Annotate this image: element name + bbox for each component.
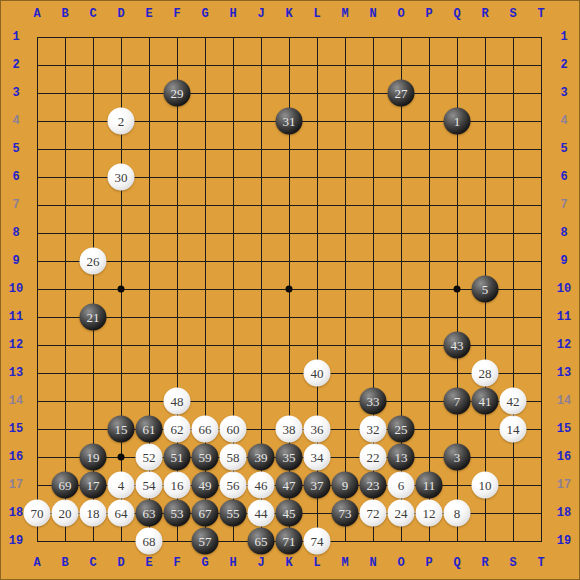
stone-white-D4: 2 (108, 108, 135, 135)
stone-black-D15: 15 (108, 416, 135, 443)
row-label-left-3: 3 (12, 86, 19, 100)
column-label-top-O: O (397, 7, 404, 21)
stone-white-B18: 20 (52, 500, 79, 527)
stone-black-O16: 13 (388, 444, 415, 471)
stone-black-B17: 69 (52, 472, 79, 499)
stone-white-E17: 54 (136, 472, 163, 499)
stone-black-C17: 17 (80, 472, 107, 499)
row-label-right-17: 17 (557, 478, 571, 492)
stone-white-S14: 42 (500, 388, 527, 415)
column-label-top-E: E (145, 7, 152, 21)
grid-line-vertical (513, 37, 514, 542)
column-label-bottom-J: J (257, 556, 264, 570)
stone-black-K16: 35 (276, 444, 303, 471)
row-label-left-6: 6 (12, 170, 19, 184)
stone-black-Q14: 7 (444, 388, 471, 415)
stone-white-O17: 6 (388, 472, 415, 499)
stone-black-Q12: 43 (444, 332, 471, 359)
stone-black-O3: 27 (388, 80, 415, 107)
column-label-bottom-K: K (285, 556, 292, 570)
stone-black-G18: 67 (192, 500, 219, 527)
column-label-bottom-S: S (509, 556, 516, 570)
stone-white-Q18: 8 (444, 500, 471, 527)
stone-white-H17: 56 (220, 472, 247, 499)
row-label-left-15: 15 (9, 422, 23, 436)
stone-black-M17: 9 (332, 472, 359, 499)
column-label-bottom-P: P (425, 556, 432, 570)
stone-white-J18: 44 (248, 500, 275, 527)
row-label-right-4: 4 (560, 114, 567, 128)
column-label-top-K: K (285, 7, 292, 21)
row-label-left-5: 5 (12, 142, 19, 156)
column-label-top-M: M (341, 7, 348, 21)
stone-black-J19: 65 (248, 528, 275, 555)
stone-white-N18: 72 (360, 500, 387, 527)
column-label-top-G: G (201, 7, 208, 21)
row-label-right-1: 1 (560, 30, 567, 44)
stone-white-K15: 38 (276, 416, 303, 443)
stone-white-N15: 32 (360, 416, 387, 443)
row-label-right-19: 19 (557, 534, 571, 548)
grid-line-horizontal (37, 373, 542, 374)
column-label-bottom-C: C (89, 556, 96, 570)
stone-white-E19: 68 (136, 528, 163, 555)
stone-white-P18: 12 (416, 500, 443, 527)
stone-white-H16: 58 (220, 444, 247, 471)
row-label-left-13: 13 (9, 366, 23, 380)
row-label-left-12: 12 (9, 338, 23, 352)
stone-white-D6: 30 (108, 164, 135, 191)
row-label-left-7: 7 (12, 198, 19, 212)
stone-white-R17: 10 (472, 472, 499, 499)
stone-black-G17: 49 (192, 472, 219, 499)
row-label-left-9: 9 (12, 254, 19, 268)
column-label-bottom-B: B (61, 556, 68, 570)
stone-black-H18: 55 (220, 500, 247, 527)
grid-line-vertical (541, 37, 542, 542)
stone-white-F15: 62 (164, 416, 191, 443)
stone-black-N14: 33 (360, 388, 387, 415)
column-label-bottom-M: M (341, 556, 348, 570)
column-label-bottom-N: N (369, 556, 376, 570)
row-label-right-18: 18 (557, 506, 571, 520)
row-label-right-10: 10 (557, 282, 571, 296)
stone-white-F14: 48 (164, 388, 191, 415)
column-label-top-N: N (369, 7, 376, 21)
stone-white-L13: 40 (304, 360, 331, 387)
stone-black-L17: 37 (304, 472, 331, 499)
stone-black-N17: 23 (360, 472, 387, 499)
column-label-bottom-R: R (481, 556, 488, 570)
stone-black-K17: 47 (276, 472, 303, 499)
stone-black-K4: 31 (276, 108, 303, 135)
stone-black-F18: 53 (164, 500, 191, 527)
stone-black-K19: 71 (276, 528, 303, 555)
column-label-bottom-H: H (229, 556, 236, 570)
stone-white-N16: 22 (360, 444, 387, 471)
column-label-bottom-F: F (173, 556, 180, 570)
stone-white-C9: 26 (80, 248, 107, 275)
row-label-left-14: 14 (9, 394, 23, 408)
star-point-D16 (118, 454, 125, 461)
stone-black-P17: 11 (416, 472, 443, 499)
stone-white-L16: 34 (304, 444, 331, 471)
row-label-right-5: 5 (560, 142, 567, 156)
stone-white-D17: 4 (108, 472, 135, 499)
column-label-top-D: D (117, 7, 124, 21)
row-label-left-11: 11 (9, 310, 23, 324)
stone-white-E16: 52 (136, 444, 163, 471)
stone-black-F3: 29 (164, 80, 191, 107)
row-label-right-15: 15 (557, 422, 571, 436)
stone-black-C11: 21 (80, 304, 107, 331)
column-label-top-Q: Q (453, 7, 460, 21)
stone-black-J16: 39 (248, 444, 275, 471)
row-label-left-16: 16 (9, 450, 23, 464)
row-label-right-8: 8 (560, 226, 567, 240)
star-point-K10 (286, 286, 293, 293)
go-kifu-screenshot: AABBCCDDEEFFGGHHJJKKLLMMNNOOPPQQRRSSTT11… (0, 0, 580, 580)
row-label-right-2: 2 (560, 58, 567, 72)
grid-line-horizontal (37, 317, 542, 318)
stone-white-L15: 36 (304, 416, 331, 443)
row-label-left-17: 17 (9, 478, 23, 492)
column-label-bottom-L: L (313, 556, 320, 570)
stone-black-K18: 45 (276, 500, 303, 527)
stone-black-F16: 51 (164, 444, 191, 471)
stone-white-S15: 14 (500, 416, 527, 443)
column-label-bottom-T: T (537, 556, 544, 570)
row-label-right-11: 11 (557, 310, 571, 324)
column-label-bottom-O: O (397, 556, 404, 570)
row-label-right-6: 6 (560, 170, 567, 184)
column-label-top-L: L (313, 7, 320, 21)
go-board[interactable]: AABBCCDDEEFFGGHHJJKKLLMMNNOOPPQQRRSSTT11… (0, 0, 580, 580)
star-point-Q10 (454, 286, 461, 293)
row-label-right-16: 16 (557, 450, 571, 464)
star-point-D10 (118, 286, 125, 293)
column-label-bottom-D: D (117, 556, 124, 570)
column-label-bottom-E: E (145, 556, 152, 570)
stone-white-L19: 74 (304, 528, 331, 555)
column-label-top-A: A (33, 7, 40, 21)
column-label-top-J: J (257, 7, 264, 21)
grid-line-vertical (429, 37, 430, 542)
stone-white-A18: 70 (24, 500, 51, 527)
column-label-top-C: C (89, 7, 96, 21)
stone-black-O15: 25 (388, 416, 415, 443)
column-label-top-B: B (61, 7, 68, 21)
grid-line-vertical (345, 37, 346, 542)
column-label-bottom-G: G (201, 556, 208, 570)
column-label-top-S: S (509, 7, 516, 21)
stone-black-Q4: 1 (444, 108, 471, 135)
column-label-top-R: R (481, 7, 488, 21)
stone-white-C18: 18 (80, 500, 107, 527)
stone-black-G19: 57 (192, 528, 219, 555)
column-label-top-P: P (425, 7, 432, 21)
row-label-right-12: 12 (557, 338, 571, 352)
row-label-right-9: 9 (560, 254, 567, 268)
row-label-right-3: 3 (560, 86, 567, 100)
row-label-left-2: 2 (12, 58, 19, 72)
column-label-top-F: F (173, 7, 180, 21)
stone-white-H15: 60 (220, 416, 247, 443)
column-label-top-H: H (229, 7, 236, 21)
stone-black-G16: 59 (192, 444, 219, 471)
column-label-bottom-Q: Q (453, 556, 460, 570)
stone-white-D18: 64 (108, 500, 135, 527)
stone-black-Q16: 3 (444, 444, 471, 471)
column-label-top-T: T (537, 7, 544, 21)
row-label-left-18: 18 (9, 506, 23, 520)
row-label-right-14: 14 (557, 394, 571, 408)
row-label-left-8: 8 (12, 226, 19, 240)
row-label-right-13: 13 (557, 366, 571, 380)
stone-black-E15: 61 (136, 416, 163, 443)
row-label-left-19: 19 (9, 534, 23, 548)
stone-white-G15: 66 (192, 416, 219, 443)
stone-white-O18: 24 (388, 500, 415, 527)
row-label-left-10: 10 (9, 282, 23, 296)
stone-white-J17: 46 (248, 472, 275, 499)
row-label-right-7: 7 (560, 198, 567, 212)
stone-white-R13: 28 (472, 360, 499, 387)
stone-white-F17: 16 (164, 472, 191, 499)
stone-black-E18: 63 (136, 500, 163, 527)
stone-black-R14: 41 (472, 388, 499, 415)
column-label-bottom-A: A (33, 556, 40, 570)
stone-black-R10: 5 (472, 276, 499, 303)
stone-black-C16: 19 (80, 444, 107, 471)
stone-black-M18: 73 (332, 500, 359, 527)
row-label-left-4: 4 (12, 114, 19, 128)
row-label-left-1: 1 (12, 30, 19, 44)
